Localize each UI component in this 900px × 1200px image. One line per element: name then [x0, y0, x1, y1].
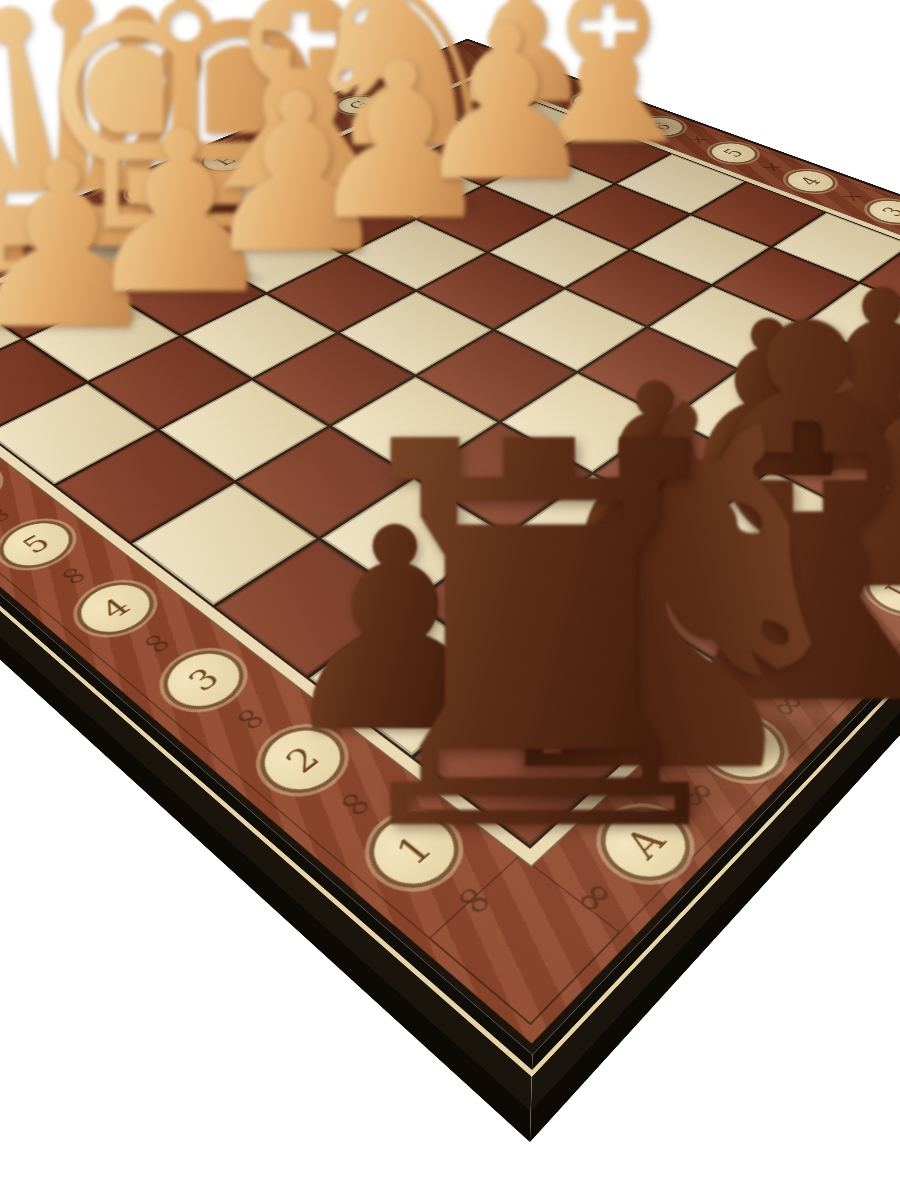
photo-stage: 1122334455667788AABBCCDDEEFFGGHH∞×∞×∞×∞×… — [0, 0, 900, 1200]
dark-rook-a1[interactable]: ♜ — [302, 376, 777, 906]
pieces-layer: ♟♛♚♝♞♟♝♟♟♟♟♟♟♟♟♟♝♟♞♜ — [0, 0, 900, 1200]
light-pawn-f6[interactable]: ♟ — [409, 0, 602, 211]
